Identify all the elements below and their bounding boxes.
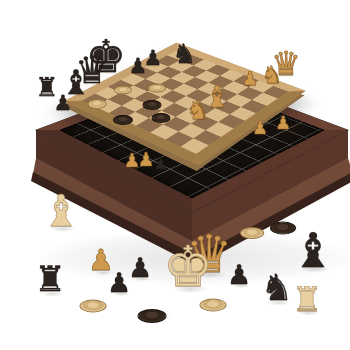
black-pawn: ♟ xyxy=(129,56,148,77)
black-bishop: ♝ xyxy=(291,226,334,274)
dark-checker xyxy=(143,100,162,110)
black-knight: ♞ xyxy=(261,270,293,306)
light-knight: ♞ xyxy=(186,97,209,123)
light-checker xyxy=(200,299,227,312)
light-checker xyxy=(148,84,166,93)
black-pawn: ♟ xyxy=(107,269,131,296)
pieces-layer: ♞♟♚♟♛♛♞♟♝♜♝♟♞♟♟♟♟♟♝♝♟♛♟♟♚♜♟♞♜ xyxy=(0,0,350,350)
light-knight: ♞ xyxy=(261,63,283,87)
black-rook: ♜ xyxy=(34,262,65,297)
black-knight: ♞ xyxy=(172,40,196,67)
light-pawn: ♟ xyxy=(241,69,258,88)
black-pawn: ♟ xyxy=(154,156,168,172)
dark-checker xyxy=(113,115,133,125)
dark-checker xyxy=(152,113,171,123)
light-checker xyxy=(114,86,132,95)
black-pawn: ♟ xyxy=(54,93,73,114)
light-bishop: ♝ xyxy=(41,189,80,233)
light-checker xyxy=(88,99,107,109)
light-pawn: ♟ xyxy=(275,114,291,132)
product-photo: ♞♟♚♟♛♛♞♟♝♜♝♟♞♟♟♟♟♟♝♝♟♛♟♟♚♜♟♞♜ xyxy=(0,0,350,350)
light-king: ♚ xyxy=(163,239,213,295)
black-pawn: ♟ xyxy=(227,261,251,288)
light-pawn: ♟ xyxy=(123,151,140,170)
black-pawn: ♟ xyxy=(128,254,152,281)
light-pawn: ♟ xyxy=(252,119,268,137)
light-rook: ♜ xyxy=(292,282,322,316)
light-checker xyxy=(240,227,264,239)
light-checker xyxy=(80,300,107,313)
dark-checker xyxy=(138,309,167,323)
